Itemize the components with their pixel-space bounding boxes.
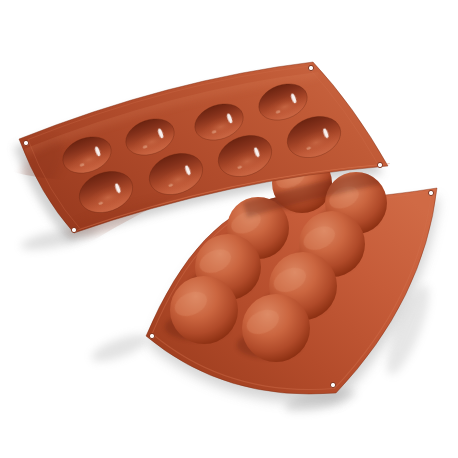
corner-hole [428,190,433,195]
soft-shadow [89,329,152,366]
product-photo: Terracotta silicone half-sphere baking m… [0,0,458,458]
photo-canvas: Terracotta silicone half-sphere baking m… [0,0,458,458]
corner-hole [149,333,154,338]
corner-hole [71,227,76,232]
corner-hole [377,162,382,167]
corner-hole [23,140,28,145]
corner-hole [330,382,335,387]
corner-hole [308,65,313,70]
